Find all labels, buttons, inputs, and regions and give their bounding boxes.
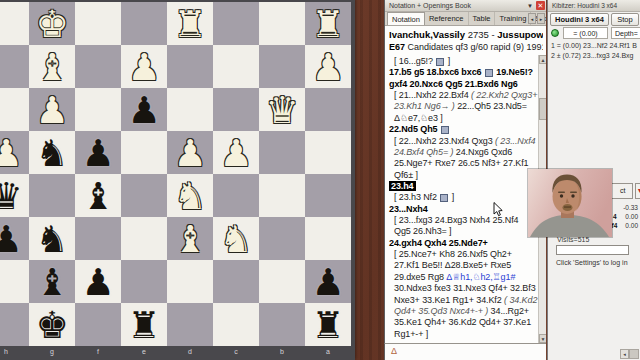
tab-scroll-left-icon[interactable]: ◂ [528, 13, 536, 24]
square-d6[interactable]: ♝ [167, 217, 213, 260]
square-b3[interactable]: ♛ [259, 88, 305, 131]
square-e2[interactable]: ♟ [121, 45, 167, 88]
notation-line[interactable]: 24.Bxf4 Qh5= ) 24.Nxg6 Qxd6 [385, 147, 538, 158]
annotation-marker-icon [440, 194, 448, 202]
square-g6[interactable]: ♞ [29, 217, 75, 260]
file-label-e: e [121, 346, 167, 357]
tab-scroll-buttons[interactable]: ◂ ▸ [528, 13, 546, 24]
scrollbar-thumb[interactable] [629, 349, 639, 359]
square-g7[interactable]: ♝ [29, 260, 75, 303]
square-c3[interactable] [213, 88, 259, 131]
notation-window: Notation + Openings Book ▼ ✕ NotationRef… [384, 0, 546, 343]
tab-notation[interactable]: Notation [387, 12, 425, 25]
square-e1[interactable] [121, 2, 167, 45]
square-b6[interactable] [259, 217, 305, 260]
square-e6[interactable] [121, 217, 167, 260]
notation-tabs: NotationReferenceTableTrainingScore shee… [385, 12, 546, 26]
evaluation-field: = (0.00) [563, 27, 608, 39]
square-c8[interactable] [213, 303, 259, 346]
notation-line[interactable]: [ 22...Nxh2 23.Nxf4 Qxg3 ( 23...Nxf4 [385, 136, 538, 147]
white-R-piece[interactable]: ♜ [305, 2, 351, 45]
square-f6[interactable] [75, 217, 121, 260]
white-N-piece[interactable]: ♞ [167, 174, 213, 217]
square-d5[interactable]: ♞ [167, 174, 213, 217]
close-icon[interactable]: ✕ [536, 1, 545, 10]
black-N-piece[interactable]: ♞ [29, 217, 75, 260]
notation-line[interactable]: 30.Ndxe3 fxe3 31.Nxe3 Qf4+ 32.Bf3 [385, 283, 538, 294]
black-N-piece[interactable]: ♞ [29, 131, 75, 174]
square-b1[interactable] [259, 2, 305, 45]
tab-table[interactable]: Table [469, 12, 496, 25]
players-line: Ivanchuk,Vassily 2735 - Jussupow,Artur 2… [389, 28, 543, 41]
black-Q-piece[interactable]: ♛ [0, 174, 29, 217]
notation-line[interactable]: 27.Kf1 Be5!! Δ28.Bxe5+ Rxe5 [385, 260, 538, 271]
notation-line[interactable]: Qd4+ 35.Qd3 Nxc4+-+ ) 34...Rg2+ [385, 306, 538, 317]
white-P-piece[interactable]: ♟ [29, 88, 75, 131]
square-b2[interactable] [259, 45, 305, 88]
notation-line[interactable]: 35.Ke1 Qh4+ 36.Kd2 Qd4+ 37.Ke1 [385, 317, 538, 328]
white-Q-piece[interactable]: ♛ [259, 88, 305, 131]
game-header: Ivanchuk,Vassily 2735 - Jussupow,Artur 2… [385, 26, 546, 54]
mouse-cursor-icon [493, 202, 504, 221]
notation-line[interactable]: 29.dxe5 Rg8 Δ♕h1,♘h2,♖g1# [385, 272, 538, 283]
square-h5[interactable]: ♛ [0, 174, 29, 217]
chessbase-app: ♚♜♜♝♟♟♟♟♛♟♞♟♟♟♛♝♞♟♞♝♞♝♟♟♚♜♜ hgfedcba Not… [0, 0, 640, 360]
black-P-piece[interactable]: ♟ [305, 260, 351, 303]
square-f7[interactable]: ♟ [75, 260, 121, 303]
square-c4[interactable]: ♟ [213, 131, 259, 174]
notation-line[interactable]: 23.Kh1 Ng6→ ) 22...Qh5 23.Nd5= [385, 101, 538, 112]
horizontal-scrollbar[interactable]: ◂ [620, 349, 639, 359]
engine-line-2[interactable]: 2 ± (0.72) 23...fxg3 24.Bxg [551, 52, 633, 59]
square-c1[interactable] [213, 2, 259, 45]
white-P-piece[interactable]: ♟ [167, 131, 213, 174]
square-d2[interactable] [167, 45, 213, 88]
notation-titlebar[interactable]: Notation + Openings Book ▼ ✕ [385, 0, 546, 12]
square-a1[interactable]: ♜ [305, 2, 351, 45]
eval-value: -0.33 [612, 204, 638, 211]
notation-line[interactable]: [ 16...g5!? ] [385, 56, 538, 67]
annotation-marker-icon [485, 69, 493, 77]
notation-line[interactable]: Rg1+-+ ] [385, 329, 538, 340]
black-P-piece[interactable]: ♟ [121, 88, 167, 131]
file-label-c: c [213, 346, 259, 357]
chess-board[interactable]: ♚♜♜♝♟♟♟♟♛♟♞♟♟♟♛♝♞♟♞♝♞♝♟♟♚♜♜ [0, 2, 351, 346]
square-h3[interactable] [0, 88, 29, 131]
file-label-g: g [29, 346, 75, 357]
square-f1[interactable] [75, 2, 121, 45]
stop-button[interactable]: Stop [611, 13, 639, 26]
square-b7[interactable] [259, 260, 305, 303]
square-d4[interactable]: ♟ [167, 131, 213, 174]
square-f8[interactable] [75, 303, 121, 346]
white-P-piece[interactable]: ♟ [213, 131, 259, 174]
scroll-down-icon[interactable]: ▼ [539, 334, 546, 343]
notation-line[interactable]: [ 23...fxg3 24.Bxg3 Nxh4 25.Nf4 [385, 215, 538, 226]
tab-reference[interactable]: Reference [425, 12, 469, 25]
white-K-piece[interactable]: ♚ [29, 2, 75, 45]
notation-moves: [ 16...g5!? ]17.b5 g5 18.bxc6 bxc6 19.Ne… [385, 56, 538, 340]
scroll-left-icon[interactable]: ◂ [620, 349, 629, 359]
notation-line[interactable]: 23...Nxh4 [385, 204, 538, 215]
square-a8[interactable]: ♜ [305, 303, 351, 346]
event-line: E67 Candidates qf3 g/60 rapid (9) 1991 [… [389, 41, 543, 53]
funnel-icon[interactable]: ▼ [635, 183, 640, 199]
square-a2[interactable]: ♟ [305, 45, 351, 88]
square-h8[interactable] [0, 303, 29, 346]
square-h6[interactable]: ♟ [0, 217, 29, 260]
square-c6[interactable]: ♞ [213, 217, 259, 260]
login-hint: Click 'Settings' to log in [556, 259, 628, 266]
notation-line[interactable]: [ 21...Nxh2 22.Bxf4 ( 22.Kxh2 Qxg3+ [385, 90, 538, 101]
chevron-down-icon[interactable]: ▼ [527, 0, 533, 12]
notation-line[interactable]: Nxe3+ 33.Ke1 Rg1+ 34.Kf2 ( 34.Kd2 [385, 295, 538, 306]
tab-training[interactable]: Training [495, 12, 531, 25]
notation-line[interactable]: gxf4 20.Nxc6 Qg5 21.Bxd6 Ng6 [385, 79, 538, 90]
square-g5[interactable] [29, 174, 75, 217]
board-window: ♚♜♜♝♟♟♟♟♛♟♞♟♟♟♛♝♞♟♞♝♞♝♟♟♚♜♜ hgfedcba [0, 0, 355, 360]
notation-line[interactable]: [ 23.h3 Nf2 ] [385, 192, 538, 203]
white-B-piece[interactable]: ♝ [29, 45, 75, 88]
notation-line[interactable]: 22.Nd5 Qh5 [385, 124, 538, 135]
square-c2[interactable] [213, 45, 259, 88]
notation-line[interactable]: 23.h4 [385, 181, 538, 192]
square-e7[interactable] [121, 260, 167, 303]
visits-counter: Visits=515 [557, 236, 589, 243]
notation-bottom-strip: Δ [384, 343, 546, 360]
square-e3[interactable]: ♟ [121, 88, 167, 131]
square-d8[interactable] [167, 303, 213, 346]
white-N-piece[interactable]: ♞ [213, 217, 259, 260]
black-P-piece[interactable]: ♟ [75, 131, 121, 174]
square-c5[interactable] [213, 174, 259, 217]
square-f4[interactable]: ♟ [75, 131, 121, 174]
square-b8[interactable] [259, 303, 305, 346]
square-h1[interactable] [0, 2, 29, 45]
tab-scroll-right-icon[interactable]: ▸ [537, 13, 545, 24]
square-g8[interactable]: ♚ [29, 303, 75, 346]
black-P-piece[interactable]: ♟ [75, 260, 121, 303]
notation-line[interactable]: Qg5 26.Nh3= ] [385, 226, 538, 237]
square-h7[interactable] [0, 260, 29, 303]
kibitzer-title: Kibitzer: Houdini 3 x64 [552, 2, 617, 9]
square-e4[interactable] [121, 131, 167, 174]
black-R-piece[interactable]: ♜ [305, 303, 351, 346]
file-label-a: a [305, 346, 351, 357]
kibitzer-titlebar[interactable]: Kibitzer: Houdini 3 x64 [548, 0, 640, 12]
square-a3[interactable] [305, 88, 351, 131]
webcam-video-overlay [528, 169, 612, 237]
square-c7[interactable] [213, 260, 259, 303]
engine-running-led-icon [551, 29, 559, 37]
black-R-piece[interactable]: ♜ [121, 303, 167, 346]
notation-line[interactable]: 17.b5 g5 18.bxc6 bxc6 19.Ne5!? [385, 67, 538, 78]
notation-line[interactable]: Δ♘e7,♘e3 ] [385, 113, 538, 124]
engine-name-button[interactable]: Houdini 3 x64 [550, 13, 609, 26]
white-P-piece[interactable]: ♟ [121, 45, 167, 88]
black-P-piece[interactable]: ♟ [0, 217, 29, 260]
square-f2[interactable] [75, 45, 121, 88]
square-f5[interactable]: ♝ [75, 174, 121, 217]
notation-line[interactable]: 24.gxh4 Qxh4 25.Nde7+ [385, 238, 538, 249]
eval-value: 0.00 [612, 222, 638, 229]
white-P-piece[interactable]: ♟ [0, 131, 29, 174]
square-h2[interactable] [0, 45, 29, 88]
black-B-piece[interactable]: ♝ [29, 260, 75, 303]
eval-value: 0.00 [612, 213, 638, 220]
white-B-piece[interactable]: ♝ [167, 217, 213, 260]
square-h4[interactable]: ♟ [0, 131, 29, 174]
depth-field: Depth= [611, 27, 640, 39]
annotation-marker-icon [441, 126, 449, 134]
progress-bar [556, 245, 629, 255]
square-a5[interactable] [305, 174, 351, 217]
engine-line-1[interactable]: 1 = (0.00) 23...Nf2 24.Rf1 B [551, 42, 637, 49]
square-g3[interactable]: ♟ [29, 88, 75, 131]
black-B-piece[interactable]: ♝ [75, 174, 121, 217]
square-d1[interactable]: ♜ [167, 2, 213, 45]
annotation-marker-icon [436, 58, 444, 66]
square-f3[interactable] [75, 88, 121, 131]
scrollbar-thumb[interactable] [539, 98, 546, 120]
file-label-b: b [259, 346, 305, 357]
white-R-piece[interactable]: ♜ [167, 2, 213, 45]
file-label-h: h [0, 346, 29, 357]
square-g4[interactable]: ♞ [29, 131, 75, 174]
square-d3[interactable] [167, 88, 213, 131]
square-a6[interactable] [305, 217, 351, 260]
square-g1[interactable]: ♚ [29, 2, 75, 45]
notation-line[interactable]: Qf6± ] [385, 170, 538, 181]
notation-title: Notation + Openings Book [389, 2, 471, 9]
square-d7[interactable] [167, 260, 213, 303]
square-e5[interactable] [121, 174, 167, 217]
white-P-piece[interactable]: ♟ [305, 45, 351, 88]
notation-line[interactable]: 25.Nge7+ Rxe7 26.c5 Nf3+ 27.Kf1 [385, 158, 538, 169]
scroll-up-icon[interactable]: ▲ [539, 55, 546, 64]
notation-line[interactable]: [ 25.Nce7+ Kh8 26.Nxf5 Qh2+ [385, 249, 538, 260]
square-e8[interactable]: ♜ [121, 303, 167, 346]
file-label-d: d [167, 346, 213, 357]
black-K-piece[interactable]: ♚ [29, 303, 75, 346]
file-label-f: f [75, 346, 121, 357]
webcam-portrait [528, 169, 612, 237]
square-b5[interactable] [259, 174, 305, 217]
square-g2[interactable]: ♝ [29, 45, 75, 88]
square-b4[interactable] [259, 131, 305, 174]
square-a4[interactable] [305, 131, 351, 174]
file-labels: hgfedcba [0, 346, 351, 357]
square-a7[interactable]: ♟ [305, 260, 351, 303]
